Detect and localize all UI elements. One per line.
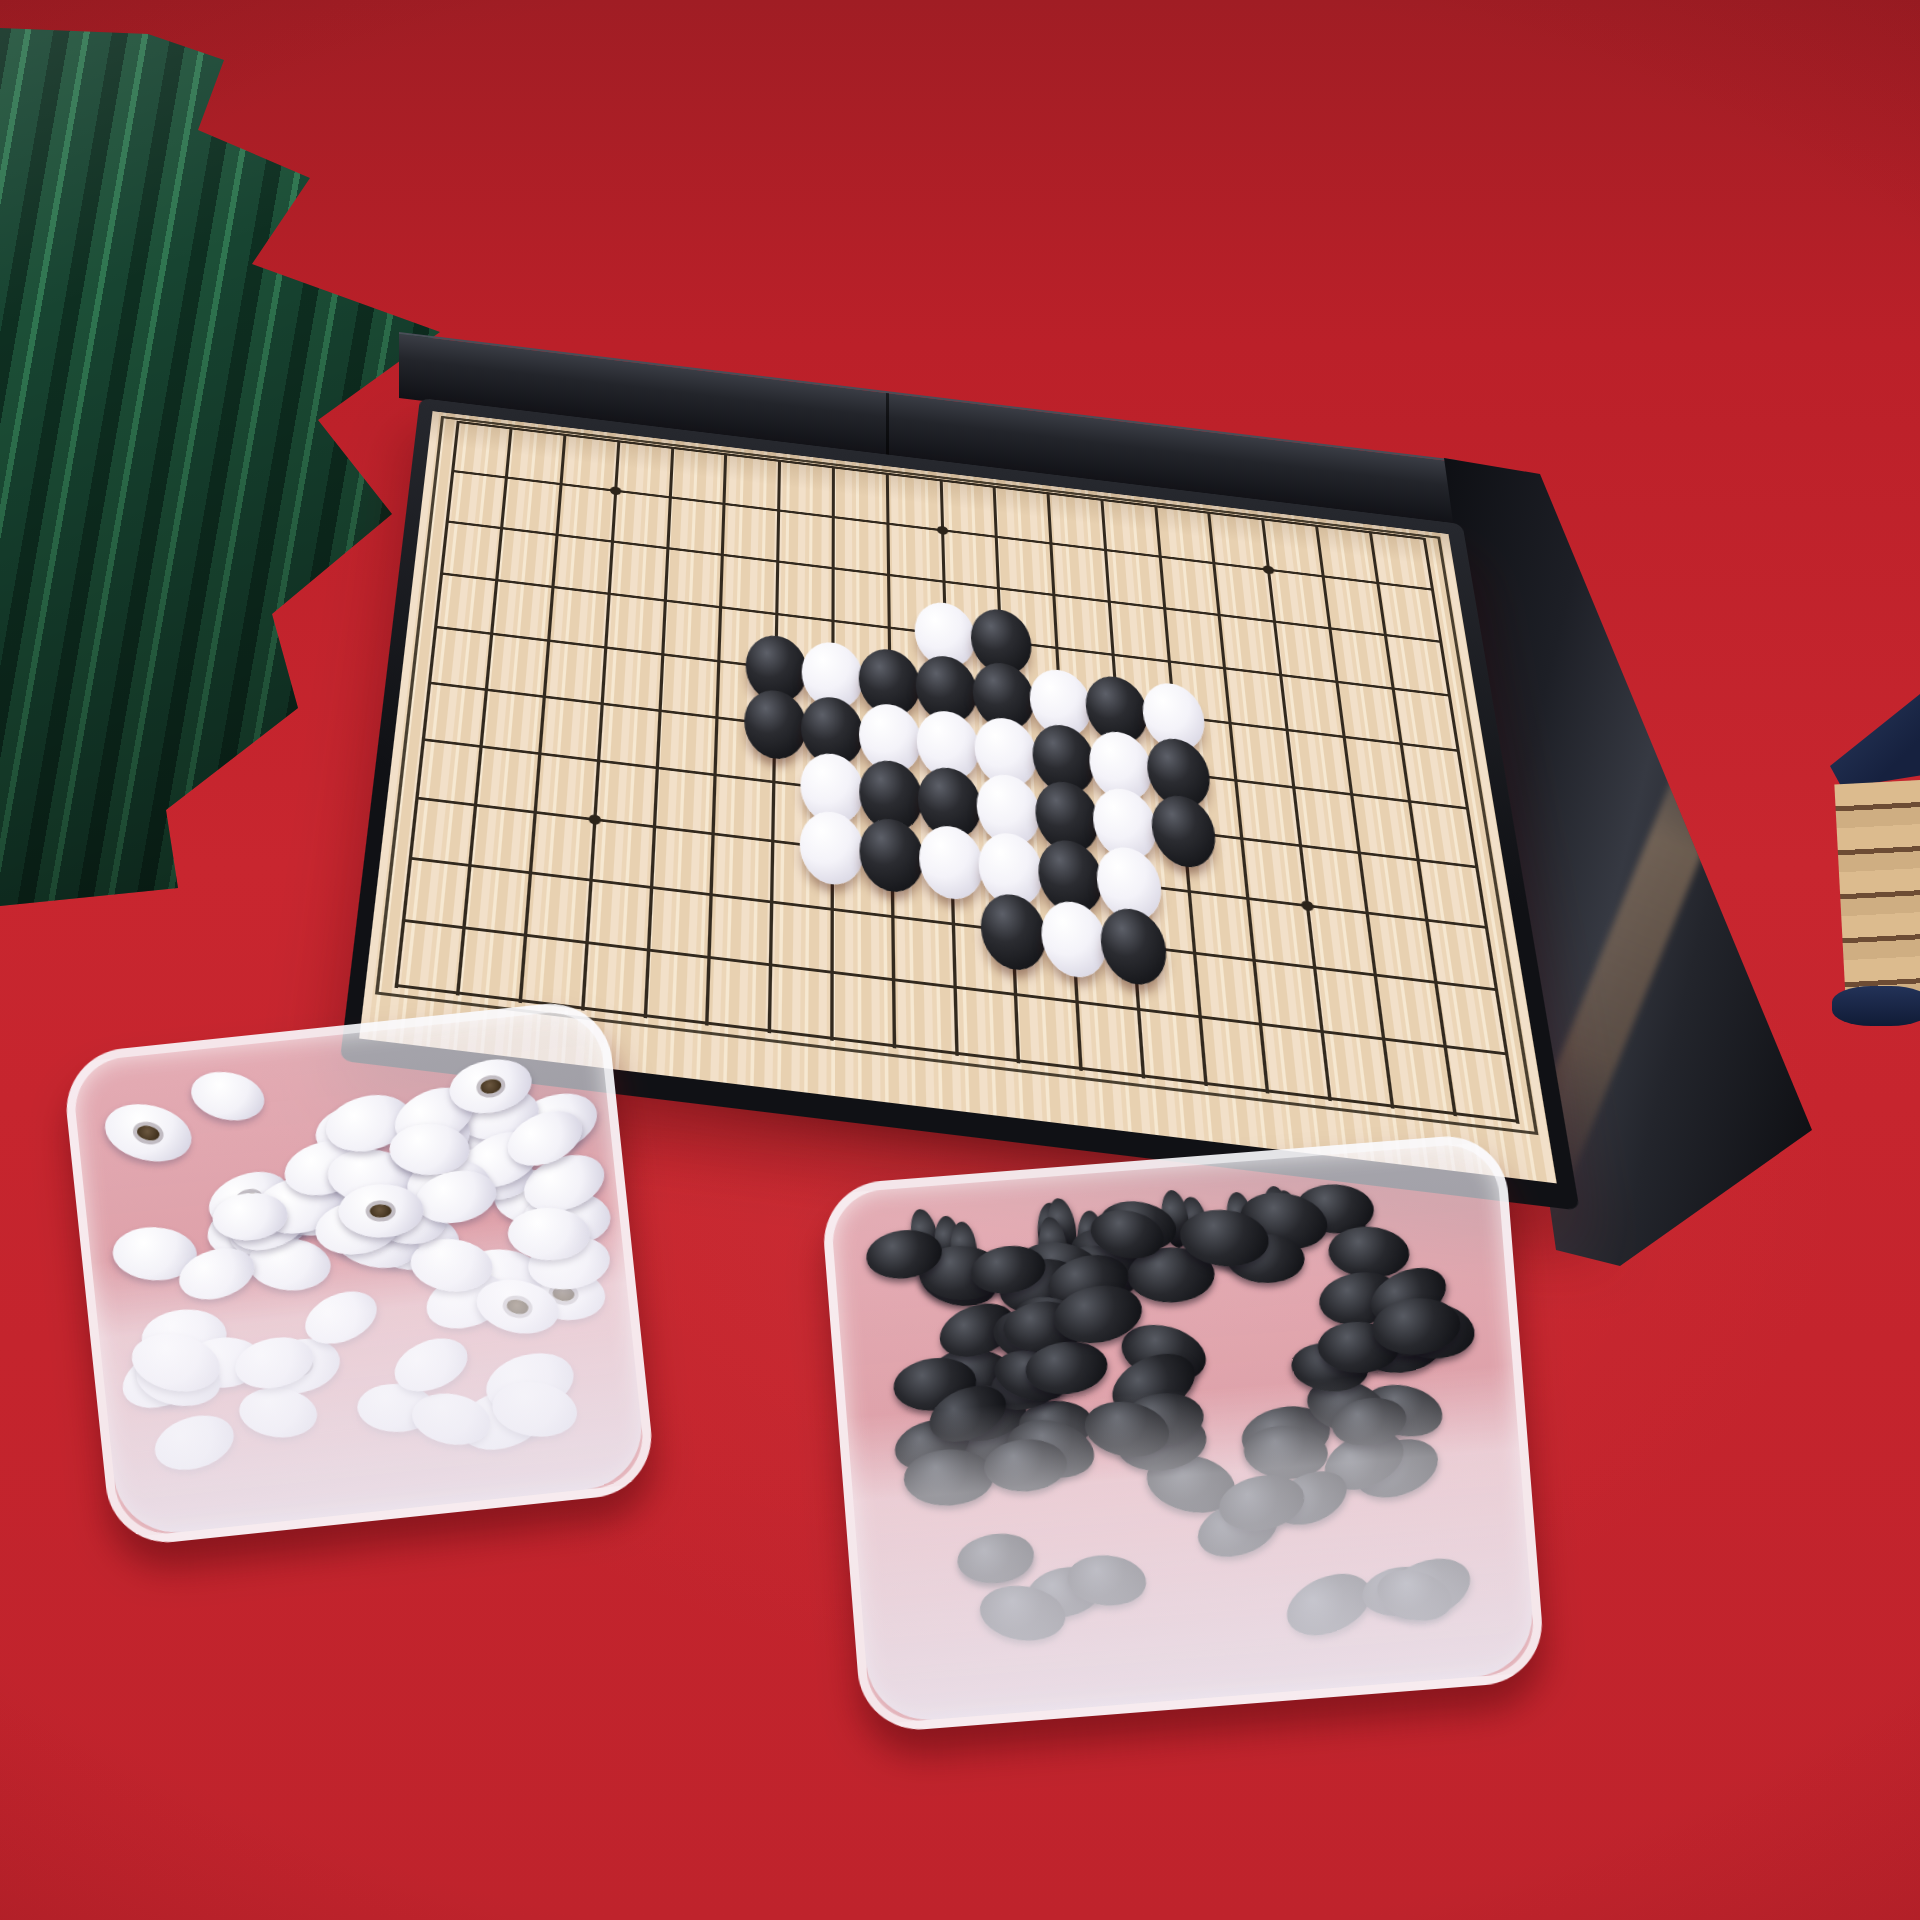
navy-base [1832,986,1920,1026]
white-stone-in-tray [237,1384,320,1441]
magnet-core [479,1077,503,1095]
white-stone-in-tray [148,1406,241,1479]
navy-cover [1830,686,1920,790]
black-stone-in-tray [955,1528,1038,1588]
tan-stack [1834,780,1920,1002]
magnet-core [506,1298,530,1316]
magnet-core [370,1204,392,1218]
right-edge-prop [1830,686,1920,1026]
magnet-core [135,1123,161,1142]
star-point [610,486,622,496]
black-stone-tray [819,1132,1546,1734]
white-stone-in-tray [187,1066,269,1127]
photo-stage [0,0,1920,1920]
white-stone-in-tray [389,1123,470,1174]
white-stone-tray [61,998,658,1549]
white-stone-in-tray [99,1095,197,1169]
